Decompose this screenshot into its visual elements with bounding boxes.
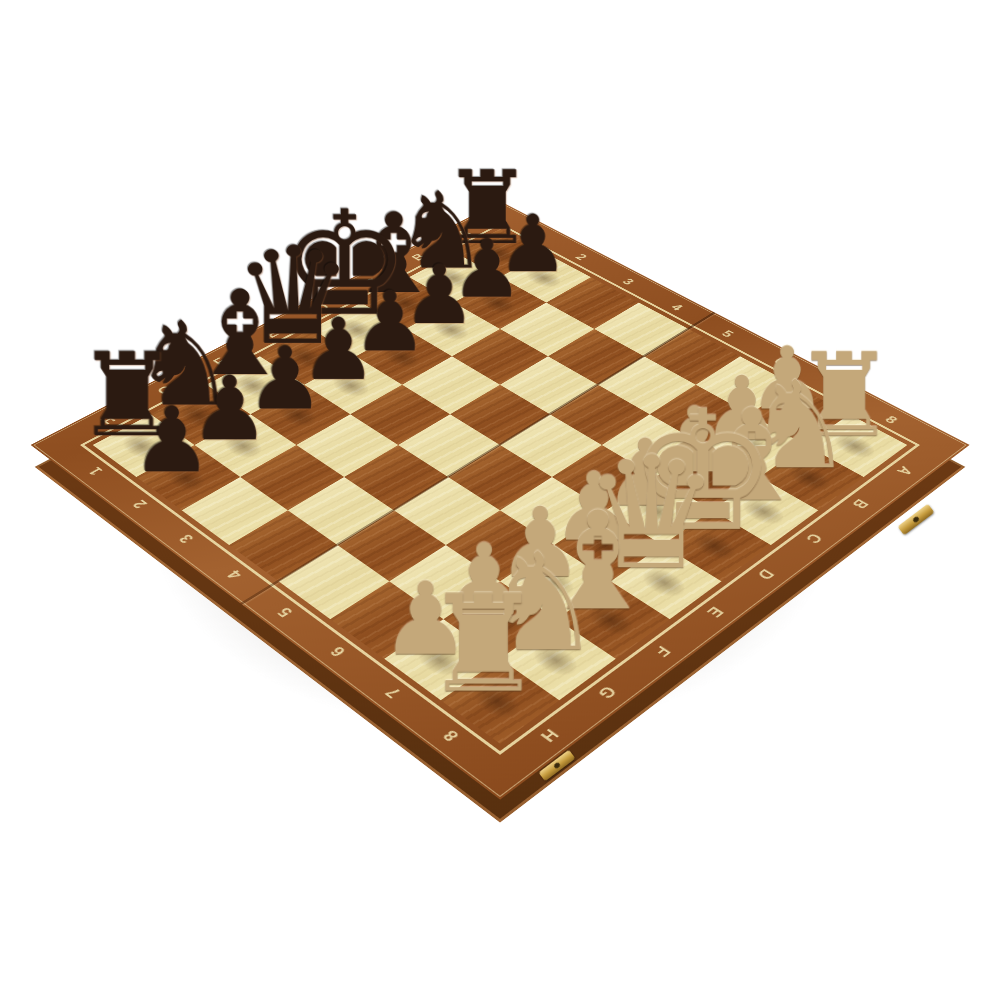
light-rook-glyph: ♜ [366, 577, 600, 712]
piece-light-rook-h8: ♜ [441, 658, 559, 743]
photo-scene: AABBCCDDEEFFGGHH1122334455667788 ♜♞♝♚♛♝♞… [0, 0, 1000, 1000]
piece-dark-pawn-h2: ♟ [136, 445, 240, 510]
dark-pawn-glyph: ♟ [69, 395, 274, 485]
chess-board: AABBCCDDEEFFGGHH1122334455667788 ♜♞♝♚♛♝♞… [30, 201, 969, 800]
pieces-layer: ♜♞♝♚♛♝♞♜♟♟♟♟♟♟♟♟♟♟♟♟♟♟♟♟♜♞♝♚♛♝♞♜ [30, 201, 969, 800]
